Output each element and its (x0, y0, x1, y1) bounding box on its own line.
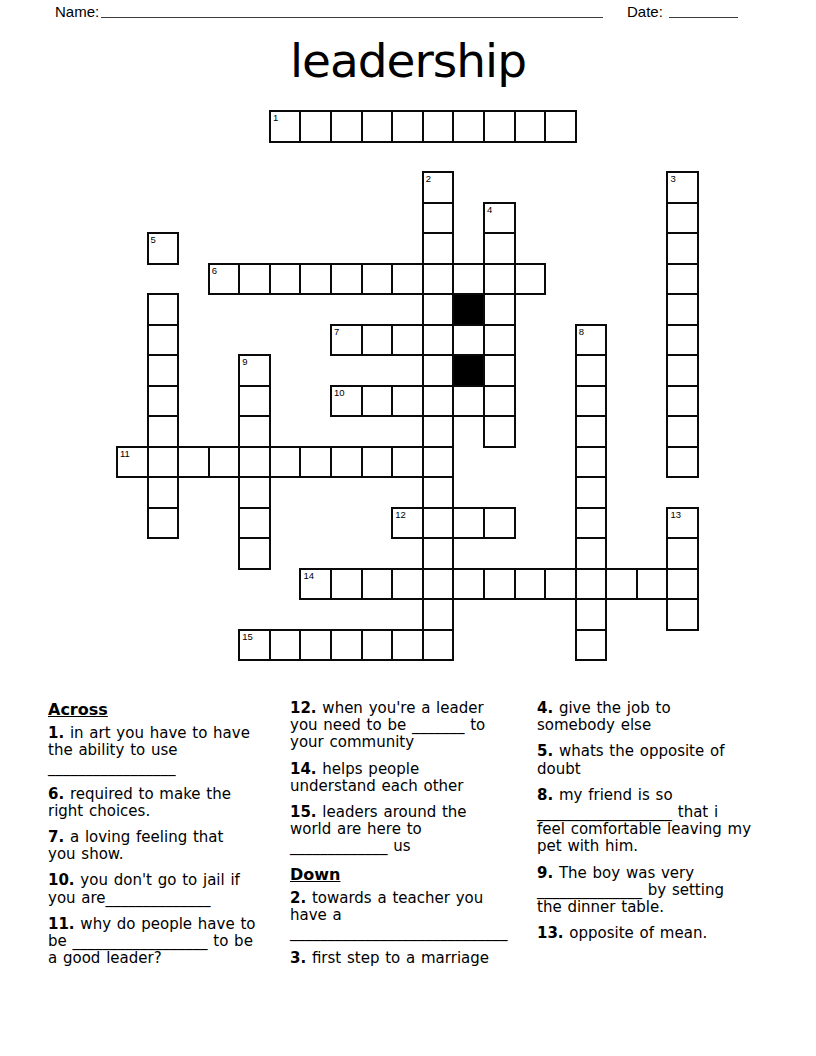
clue-text: first step to a marriage (312, 949, 489, 967)
grid-cell[interactable] (452, 568, 485, 601)
grid-cell[interactable] (422, 110, 455, 143)
grid-cell[interactable] (483, 385, 516, 418)
grid-cell[interactable] (422, 202, 455, 235)
clue-text: why do people have to be _______________… (48, 915, 256, 967)
clue-number: 4. (537, 699, 553, 717)
clue-number: 7. (48, 828, 64, 846)
grid-cell[interactable] (483, 110, 516, 143)
date-label: Date: (627, 3, 663, 21)
clue-text: my friend is so __________________ that … (537, 786, 751, 856)
grid-cell[interactable] (422, 476, 455, 509)
grid-cell[interactable] (147, 324, 180, 357)
clue: 9. The boy was very ______________ by se… (537, 865, 789, 917)
grid-cell[interactable]: 13 (666, 507, 699, 540)
grid-cell[interactable] (666, 202, 699, 235)
grid-cell[interactable] (666, 324, 699, 357)
clue-text: leaders around the world are here to ___… (290, 803, 467, 855)
clue-column-left: Across1. in art you have to have the abi… (48, 700, 286, 976)
clue: 11. why do people have to be ___________… (48, 916, 286, 968)
clue-text: towards a teacher you have a ___________… (290, 889, 508, 941)
grid-cell[interactable] (391, 385, 424, 418)
grid-cell[interactable] (483, 507, 516, 540)
grid-cell[interactable] (575, 415, 608, 448)
cell-number: 5 (151, 235, 156, 245)
date-line (669, 16, 738, 18)
grid-cell[interactable] (330, 446, 363, 479)
clue-number: 6. (48, 785, 64, 803)
grid-cell[interactable]: 6 (208, 263, 241, 296)
clue: 7. a loving feeling that you show. (48, 829, 286, 863)
grid-cell[interactable] (666, 293, 699, 326)
grid-cell[interactable] (238, 476, 271, 509)
grid-cell[interactable] (514, 263, 547, 296)
clue-number: 1. (48, 724, 64, 742)
down-header: Down (290, 865, 532, 884)
clue: 8. my friend is so __________________ th… (537, 787, 789, 856)
grid-cell[interactable]: 7 (330, 324, 363, 357)
grid-cell[interactable] (483, 354, 516, 387)
grid-cell[interactable] (575, 354, 608, 387)
clue: 12. when you're a leader you need to be … (290, 700, 532, 752)
grid-cell[interactable] (422, 232, 455, 265)
grid-cell[interactable] (330, 110, 363, 143)
grid-cell[interactable] (330, 629, 363, 662)
crossword-worksheet: Name: Date: leadership 12345678910111213… (0, 0, 816, 1056)
grid-cell[interactable]: 10 (330, 385, 363, 418)
grid-cell[interactable] (666, 232, 699, 265)
grid-cell[interactable] (422, 537, 455, 570)
cell-number: 2 (426, 174, 431, 184)
name-label: Name: (55, 3, 99, 21)
grid-cell[interactable] (238, 263, 271, 296)
grid-cell[interactable] (666, 598, 699, 631)
grid-cell[interactable] (452, 385, 485, 418)
grid-cell[interactable]: 2 (422, 171, 455, 204)
grid-cell[interactable] (361, 629, 394, 662)
grid-cell[interactable] (147, 446, 180, 479)
grid-cell[interactable] (361, 110, 394, 143)
clue-text: The boy was very ______________ by setti… (537, 864, 724, 916)
cell-number: 12 (395, 510, 406, 520)
clue: 2. towards a teacher you have a ________… (290, 890, 532, 942)
cell-number: 7 (334, 327, 339, 337)
grid-cell[interactable] (361, 324, 394, 357)
cell-number: 4 (487, 205, 492, 215)
grid-cell[interactable] (361, 568, 394, 601)
grid-cell[interactable] (238, 385, 271, 418)
cell-number: 1 (273, 113, 278, 123)
grid-cell[interactable] (422, 263, 455, 296)
grid-cell[interactable] (422, 446, 455, 479)
clue: 6. required to make the right choices. (48, 786, 286, 820)
cell-number: 6 (212, 266, 217, 276)
grid-cell[interactable] (666, 537, 699, 570)
clue-number: 10. (48, 871, 75, 889)
clue-number: 13. (537, 924, 564, 942)
grid-cell[interactable] (299, 110, 332, 143)
grid-cell[interactable] (269, 446, 302, 479)
grid-cell[interactable] (636, 568, 669, 601)
grid-cell[interactable] (238, 537, 271, 570)
clue: 5. whats the opposite of doubt (537, 743, 789, 777)
grid-cell[interactable] (575, 507, 608, 540)
grid-cell[interactable] (422, 415, 455, 448)
grid-cell[interactable] (238, 415, 271, 448)
grid-cell[interactable]: 4 (483, 202, 516, 235)
cell-number: 3 (670, 174, 675, 184)
cell-number: 13 (670, 510, 681, 520)
grid-cell[interactable] (422, 324, 455, 357)
clue-number: 15. (290, 803, 317, 821)
cell-number: 10 (334, 388, 345, 398)
grid-cell[interactable] (147, 354, 180, 387)
grid-cell[interactable] (483, 263, 516, 296)
grid-cell[interactable] (605, 568, 638, 601)
grid-cell[interactable] (330, 263, 363, 296)
grid-cell[interactable] (147, 415, 180, 448)
clue-column-right: 4. give the job to somebody else5. whats… (537, 700, 789, 951)
grid-cell[interactable] (238, 507, 271, 540)
grid-cell[interactable] (575, 476, 608, 509)
clue: 15. leaders around the world are here to… (290, 804, 532, 856)
clue-number: 3. (290, 949, 306, 967)
grid-cell[interactable] (361, 385, 394, 418)
grid-cell[interactable] (422, 293, 455, 326)
black-cell (452, 354, 485, 387)
grid-cell[interactable] (452, 110, 485, 143)
grid-cell[interactable]: 8 (575, 324, 608, 357)
cell-number: 9 (242, 357, 247, 367)
grid-cell[interactable] (422, 385, 455, 418)
grid-cell[interactable] (361, 446, 394, 479)
clue-number: 14. (290, 760, 317, 778)
grid-cell[interactable] (330, 568, 363, 601)
grid-cell[interactable] (666, 446, 699, 479)
grid-cell[interactable] (391, 568, 424, 601)
grid-cell[interactable] (452, 324, 485, 357)
clue-text: you don't go to jail if you are_________… (48, 871, 240, 906)
clue-text: give the job to somebody else (537, 699, 671, 734)
clue-text: helps people understand each other (290, 760, 464, 795)
clue-text: in art you have to have the ability to u… (48, 724, 250, 776)
grid-cell[interactable] (269, 263, 302, 296)
grid-cell[interactable] (514, 568, 547, 601)
grid-cell[interactable]: 3 (666, 171, 699, 204)
grid-cell[interactable] (544, 568, 577, 601)
name-line (101, 16, 603, 18)
clue: 14. helps people understand each other (290, 761, 532, 795)
grid-cell[interactable] (391, 324, 424, 357)
grid-cell[interactable] (483, 324, 516, 357)
cell-number: 15 (242, 632, 253, 642)
cell-number: 11 (120, 449, 130, 459)
grid-cell[interactable] (575, 598, 608, 631)
clue: 4. give the job to somebody else (537, 700, 789, 734)
grid-cell[interactable]: 15 (238, 629, 271, 662)
cell-number: 14 (303, 571, 314, 581)
grid-cell[interactable] (299, 629, 332, 662)
grid-cell[interactable] (575, 385, 608, 418)
clue-text: when you're a leader you need to be ____… (290, 699, 485, 751)
grid-cell[interactable] (483, 232, 516, 265)
grid-cell[interactable] (147, 507, 180, 540)
grid-cell[interactable] (177, 446, 210, 479)
clue-text: a loving feeling that you show. (48, 828, 223, 863)
grid-cell[interactable] (666, 385, 699, 418)
clue: 1. in art you have to have the ability t… (48, 725, 286, 777)
grid-cell[interactable] (422, 507, 455, 540)
clue: 13. opposite of mean. (537, 925, 789, 942)
grid-cell[interactable] (299, 446, 332, 479)
grid-cell[interactable] (208, 446, 241, 479)
clue: 10. you don't go to jail if you are_____… (48, 872, 286, 906)
grid-cell[interactable] (299, 263, 332, 296)
puzzle-title: leadership (0, 33, 816, 89)
grid-cell[interactable]: 1 (269, 110, 302, 143)
grid-cell[interactable]: 9 (238, 354, 271, 387)
grid-cell[interactable] (575, 629, 608, 662)
grid-cell[interactable] (147, 385, 180, 418)
grid-cell[interactable] (483, 415, 516, 448)
clue: 3. first step to a marriage (290, 950, 532, 967)
grid-cell[interactable]: 14 (299, 568, 332, 601)
grid-cell[interactable] (452, 263, 485, 296)
grid-cell[interactable] (361, 263, 394, 296)
grid-cell[interactable] (147, 293, 180, 326)
grid-cell[interactable] (391, 629, 424, 662)
grid-cell[interactable] (575, 568, 608, 601)
clue-column-middle: 12. when you're a leader you need to be … (290, 700, 532, 976)
clue-text: whats the opposite of doubt (537, 742, 724, 777)
grid-cell[interactable] (666, 415, 699, 448)
grid-cell[interactable] (391, 110, 424, 143)
grid-cell[interactable] (269, 629, 302, 662)
grid-cell[interactable] (666, 263, 699, 296)
grid-cell[interactable] (147, 476, 180, 509)
grid-cell[interactable]: 11 (116, 446, 149, 479)
grid-cell[interactable]: 12 (391, 507, 424, 540)
across-header: Across (48, 700, 286, 719)
black-cell (452, 293, 485, 326)
grid-cell[interactable] (575, 537, 608, 570)
grid-cell[interactable] (452, 507, 485, 540)
grid-cell[interactable] (514, 110, 547, 143)
grid-cell[interactable] (422, 568, 455, 601)
clue-text: opposite of mean. (569, 924, 707, 942)
grid-cell[interactable] (238, 446, 271, 479)
clue-number: 12. (290, 699, 317, 717)
clue-number: 5. (537, 742, 553, 760)
clue-number: 8. (537, 786, 553, 804)
clue-number: 9. (537, 864, 553, 882)
grid-cell[interactable] (391, 446, 424, 479)
grid-cell[interactable] (666, 568, 699, 601)
grid-cell[interactable] (575, 446, 608, 479)
cell-number: 8 (579, 327, 584, 337)
grid-cell[interactable] (422, 354, 455, 387)
grid-cell[interactable] (483, 568, 516, 601)
grid-cell[interactable] (422, 598, 455, 631)
clue-number: 11. (48, 915, 75, 933)
grid-cell[interactable] (483, 293, 516, 326)
grid-cell[interactable] (422, 629, 455, 662)
grid-cell[interactable] (544, 110, 577, 143)
clue-text: required to make the right choices. (48, 785, 231, 820)
grid-cell[interactable]: 5 (147, 232, 180, 265)
grid-cell[interactable] (391, 263, 424, 296)
grid-cell[interactable] (666, 354, 699, 387)
clue-number: 2. (290, 889, 306, 907)
